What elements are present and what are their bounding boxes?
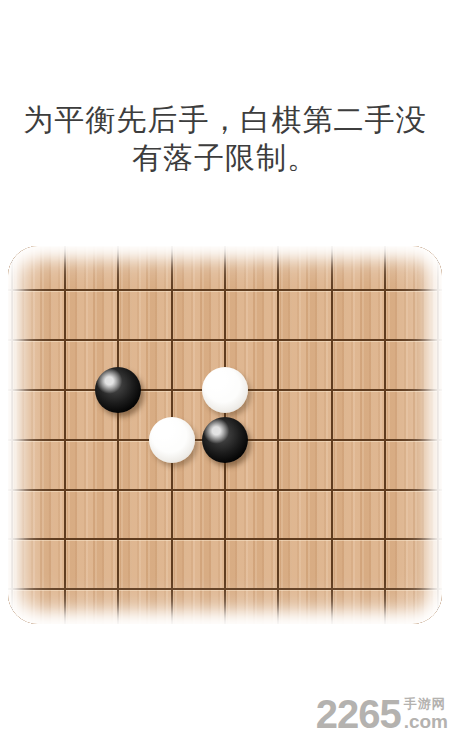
board-cell: [226, 540, 277, 588]
board-cell: [333, 391, 384, 439]
board-cell: [66, 590, 117, 624]
board-cell: [279, 491, 330, 539]
watermark-site-name: 手游网: [404, 697, 446, 711]
board-cell: [386, 441, 437, 489]
board-cell: [13, 291, 64, 339]
board-cell: [279, 291, 330, 339]
board-cell: [66, 441, 117, 489]
board-cell: [333, 341, 384, 389]
board-cell: [119, 540, 170, 588]
board-cell: [279, 441, 330, 489]
instruction-line-2: 有落子限制。: [0, 139, 450, 177]
board-cell: [386, 246, 437, 289]
board-cell: [333, 540, 384, 588]
board-cell: [8, 590, 11, 624]
board-cell: [333, 441, 384, 489]
board-cell: [439, 590, 442, 624]
board-cell: [173, 246, 224, 289]
board-cell: [439, 291, 442, 339]
instruction-line-1: 为平衡先后手，白棋第二手没: [0, 101, 450, 139]
board-cell: [226, 590, 277, 624]
board-cell: [279, 246, 330, 289]
board-cell: [173, 590, 224, 624]
board-cell: [279, 590, 330, 624]
board-cell: [8, 441, 11, 489]
instruction-text: 为平衡先后手，白棋第二手没 有落子限制。: [0, 101, 450, 177]
board-cell: [13, 590, 64, 624]
board-cell: [66, 246, 117, 289]
board-cell: [386, 540, 437, 588]
board-cell: [333, 491, 384, 539]
board-cell: [439, 540, 442, 588]
board-cell: [439, 246, 442, 289]
board-cell: [173, 491, 224, 539]
board-cell: [13, 246, 64, 289]
board-cell: [8, 341, 11, 389]
board-cell: [13, 341, 64, 389]
white-stone[interactable]: [202, 367, 248, 413]
board-cell: [439, 341, 442, 389]
gomoku-board[interactable]: [8, 246, 442, 624]
board-cell: [279, 540, 330, 588]
board-cell: [8, 246, 11, 289]
watermark: 2265 手游网 .com: [316, 694, 448, 734]
board-cell: [333, 590, 384, 624]
board-cell: [119, 291, 170, 339]
board-cell: [386, 491, 437, 539]
board-cell: [13, 540, 64, 588]
board-cell: [173, 291, 224, 339]
board-cell: [333, 291, 384, 339]
board-cell: [439, 391, 442, 439]
watermark-text-column: 手游网 .com: [404, 697, 448, 730]
board-cell: [333, 246, 384, 289]
board-cell: [439, 491, 442, 539]
board-cell: [279, 391, 330, 439]
white-stone[interactable]: [149, 417, 195, 463]
board-cell: [226, 491, 277, 539]
board-cell: [8, 540, 11, 588]
board-cell: [13, 441, 64, 489]
board-cell: [8, 391, 11, 439]
board-cell: [13, 491, 64, 539]
tutorial-screen: 为平衡先后手，白棋第二手没 有落子限制。 2265 手游网 .com: [0, 0, 450, 750]
board-cell: [66, 291, 117, 339]
watermark-number: 2265: [316, 694, 401, 734]
board-cell: [119, 246, 170, 289]
watermark-domain: .com: [404, 712, 448, 731]
board-cell: [119, 491, 170, 539]
board-cell: [386, 341, 437, 389]
board-cell: [226, 291, 277, 339]
board-cell: [386, 391, 437, 439]
board-cell: [66, 491, 117, 539]
board-cell: [8, 291, 11, 339]
black-stone[interactable]: [202, 417, 248, 463]
black-stone[interactable]: [95, 367, 141, 413]
board-cell: [279, 341, 330, 389]
board-cell: [439, 441, 442, 489]
board-cell: [386, 291, 437, 339]
board-cell: [119, 590, 170, 624]
board-cell: [8, 491, 11, 539]
board-cell: [226, 246, 277, 289]
board-cell: [386, 590, 437, 624]
board-cell: [13, 391, 64, 439]
board-cell: [173, 540, 224, 588]
board-cell: [66, 540, 117, 588]
